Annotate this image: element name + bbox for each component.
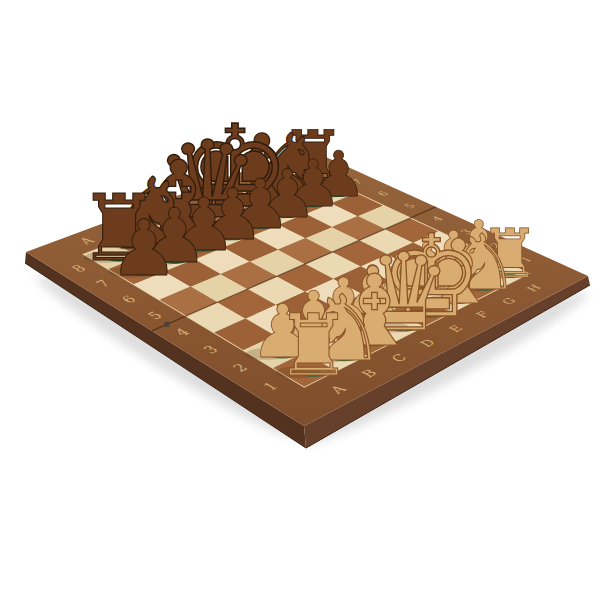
piece-black-pawn-a7[interactable]: ♟ xyxy=(108,203,178,293)
chessboard-scene: AA11BB22CC33DD44EE55FF66GG77HH88 ♜♞♟♝♟♚♟… xyxy=(0,0,600,600)
rook-glyph: ♜ xyxy=(276,296,353,395)
piece-white-rook-a1[interactable]: ♜ xyxy=(276,296,353,395)
pawn-glyph: ♟ xyxy=(109,203,178,293)
hinge xyxy=(164,322,169,327)
chess-set-product-photo: AA11BB22CC33DD44EE55FF66GG77HH88 ♜♞♟♝♟♚♟… xyxy=(0,0,600,600)
